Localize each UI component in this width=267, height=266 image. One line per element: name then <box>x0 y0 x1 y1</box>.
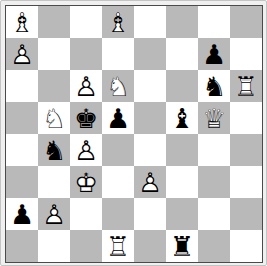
square-e6[interactable] <box>134 70 166 102</box>
white-bishop-icon-fill: ♝ <box>6 6 38 38</box>
square-g4[interactable] <box>198 134 230 166</box>
square-d3[interactable] <box>102 166 134 198</box>
white-queen-icon-fill: ♛ <box>198 102 230 134</box>
square-h3[interactable] <box>230 166 262 198</box>
square-b1[interactable] <box>38 230 70 262</box>
square-a2[interactable]: ♟ <box>6 198 38 230</box>
square-g6[interactable]: ♞ <box>198 70 230 102</box>
white-rook-icon-fill: ♜ <box>230 70 262 102</box>
square-e4[interactable] <box>134 134 166 166</box>
square-g5[interactable]: ♛♕ <box>198 102 230 134</box>
white-bishop-icon-fill: ♝ <box>102 6 134 38</box>
square-b7[interactable] <box>38 38 70 70</box>
white-rook-icon: ♖ <box>230 70 262 102</box>
square-h6[interactable]: ♜♖ <box>230 70 262 102</box>
square-c2[interactable] <box>70 198 102 230</box>
white-king-icon: ♔ <box>70 166 102 198</box>
square-c8[interactable] <box>70 6 102 38</box>
square-e8[interactable] <box>134 6 166 38</box>
square-a1[interactable] <box>6 230 38 262</box>
square-f8[interactable] <box>166 6 198 38</box>
square-b4[interactable]: ♞ <box>38 134 70 166</box>
white-pawn-icon-fill: ♟ <box>6 38 38 70</box>
black-pawn-icon: ♟ <box>6 198 38 230</box>
square-b6[interactable] <box>38 70 70 102</box>
square-c3[interactable]: ♚♔ <box>70 166 102 198</box>
white-pawn-icon: ♙ <box>70 70 102 102</box>
square-g3[interactable] <box>198 166 230 198</box>
square-e3[interactable]: ♟♙ <box>134 166 166 198</box>
square-d7[interactable] <box>102 38 134 70</box>
square-g8[interactable] <box>198 6 230 38</box>
square-e2[interactable] <box>134 198 166 230</box>
square-c6[interactable]: ♟♙ <box>70 70 102 102</box>
square-b2[interactable]: ♟♙ <box>38 198 70 230</box>
white-pawn-icon: ♙ <box>6 38 38 70</box>
square-f5[interactable]: ♝ <box>166 102 198 134</box>
white-pawn-icon: ♙ <box>38 198 70 230</box>
white-pawn-icon-fill: ♟ <box>70 70 102 102</box>
square-d6[interactable]: ♞♘ <box>102 70 134 102</box>
square-c4[interactable]: ♟♙ <box>70 134 102 166</box>
square-a5[interactable] <box>6 102 38 134</box>
square-g1[interactable] <box>198 230 230 262</box>
square-f4[interactable] <box>166 134 198 166</box>
white-rook-icon-fill: ♜ <box>102 230 134 262</box>
black-knight-icon: ♞ <box>198 70 230 102</box>
white-knight-icon: ♘ <box>38 102 70 134</box>
white-pawn-icon-fill: ♟ <box>70 134 102 166</box>
square-e7[interactable] <box>134 38 166 70</box>
square-h4[interactable] <box>230 134 262 166</box>
square-f1[interactable]: ♜ <box>166 230 198 262</box>
square-h2[interactable] <box>230 198 262 230</box>
square-c1[interactable] <box>70 230 102 262</box>
square-h1[interactable] <box>230 230 262 262</box>
square-b3[interactable] <box>38 166 70 198</box>
square-g2[interactable] <box>198 198 230 230</box>
black-king-icon: ♚ <box>70 102 102 134</box>
square-h8[interactable] <box>230 6 262 38</box>
white-bishop-icon: ♗ <box>102 6 134 38</box>
black-pawn-icon: ♟ <box>102 102 134 134</box>
chess-diagram-window: ♝♗♝♗♟♙♟♟♙♞♘♞♜♖♞♘♚♟♝♛♕♞♟♙♚♔♟♙♟♟♙♜♖♜ <box>0 0 267 266</box>
square-h7[interactable] <box>230 38 262 70</box>
square-e5[interactable] <box>134 102 166 134</box>
square-a8[interactable]: ♝♗ <box>6 6 38 38</box>
white-knight-icon: ♘ <box>102 70 134 102</box>
square-d4[interactable] <box>102 134 134 166</box>
white-knight-icon-fill: ♞ <box>38 102 70 134</box>
square-a3[interactable] <box>6 166 38 198</box>
square-h5[interactable] <box>230 102 262 134</box>
square-d1[interactable]: ♜♖ <box>102 230 134 262</box>
square-f6[interactable] <box>166 70 198 102</box>
square-d5[interactable]: ♟ <box>102 102 134 134</box>
white-king-icon-fill: ♚ <box>70 166 102 198</box>
square-c7[interactable] <box>70 38 102 70</box>
square-c5[interactable]: ♚ <box>70 102 102 134</box>
square-f2[interactable] <box>166 198 198 230</box>
square-g7[interactable]: ♟ <box>198 38 230 70</box>
black-knight-icon: ♞ <box>38 134 70 166</box>
square-a6[interactable] <box>6 70 38 102</box>
square-d8[interactable]: ♝♗ <box>102 6 134 38</box>
white-rook-icon: ♖ <box>102 230 134 262</box>
white-knight-icon-fill: ♞ <box>102 70 134 102</box>
black-bishop-icon: ♝ <box>166 102 198 134</box>
white-pawn-icon-fill: ♟ <box>134 166 166 198</box>
square-a4[interactable] <box>6 134 38 166</box>
square-a7[interactable]: ♟♙ <box>6 38 38 70</box>
black-pawn-icon: ♟ <box>198 38 230 70</box>
white-pawn-icon: ♙ <box>134 166 166 198</box>
chess-board: ♝♗♝♗♟♙♟♟♙♞♘♞♜♖♞♘♚♟♝♛♕♞♟♙♚♔♟♙♟♟♙♜♖♜ <box>5 5 263 263</box>
square-f7[interactable] <box>166 38 198 70</box>
square-e1[interactable] <box>134 230 166 262</box>
white-queen-icon: ♕ <box>198 102 230 134</box>
square-b5[interactable]: ♞♘ <box>38 102 70 134</box>
white-pawn-icon-fill: ♟ <box>38 198 70 230</box>
square-f3[interactable] <box>166 166 198 198</box>
white-pawn-icon: ♙ <box>70 134 102 166</box>
square-d2[interactable] <box>102 198 134 230</box>
square-b8[interactable] <box>38 6 70 38</box>
white-bishop-icon: ♗ <box>6 6 38 38</box>
black-rook-icon: ♜ <box>166 230 198 262</box>
